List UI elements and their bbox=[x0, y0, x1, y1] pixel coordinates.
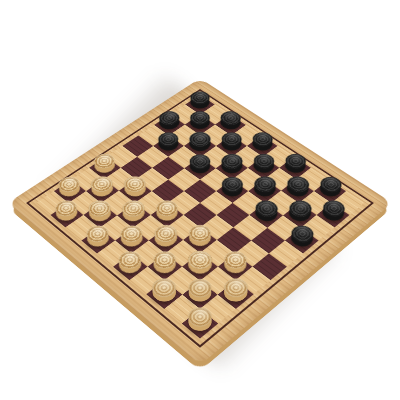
square-3-3[interactable] bbox=[184, 157, 216, 180]
white-piece-top bbox=[54, 174, 84, 196]
black-piece-top bbox=[250, 174, 280, 196]
white-piece-top bbox=[87, 174, 117, 196]
perspective-scene bbox=[0, 0, 400, 400]
black-piece-top bbox=[316, 174, 346, 196]
black-piece[interactable] bbox=[217, 155, 246, 176]
board-grid bbox=[36, 95, 364, 339]
board-pinstripe-frame bbox=[26, 89, 374, 348]
white-piece-top bbox=[51, 197, 82, 220]
product-photo-stage bbox=[0, 0, 400, 400]
black-piece-top bbox=[186, 89, 213, 107]
draughts-board bbox=[8, 78, 393, 365]
black-piece[interactable] bbox=[185, 155, 214, 176]
white-piece-top bbox=[89, 151, 118, 172]
square-4-4[interactable] bbox=[184, 179, 216, 203]
